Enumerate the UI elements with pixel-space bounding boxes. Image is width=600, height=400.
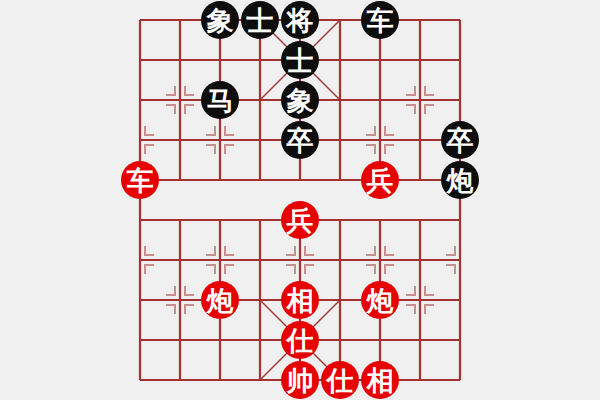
board-point: 卒: [440, 120, 480, 160]
board-point: 相: [280, 280, 320, 320]
piece-red-cannon[interactable]: 炮: [361, 281, 399, 319]
piece-black-advisor[interactable]: 士: [241, 1, 279, 39]
piece-red-elephant[interactable]: 相: [281, 281, 319, 319]
piece-red-cannon[interactable]: 炮: [201, 281, 239, 319]
board-point: 马: [200, 80, 240, 120]
piece-black-horse[interactable]: 马: [201, 81, 239, 119]
board-point: 炮: [360, 280, 400, 320]
board-point: 象: [200, 0, 240, 40]
piece-black-chariot[interactable]: 车: [361, 1, 399, 39]
board-point: 象: [280, 80, 320, 120]
piece-black-elephant[interactable]: 象: [281, 81, 319, 119]
piece-red-soldier[interactable]: 兵: [281, 201, 319, 239]
board-point: 车: [120, 160, 160, 200]
board-point: 兵: [280, 200, 320, 240]
board-point: 帅: [280, 360, 320, 400]
piece-black-cannon[interactable]: 炮: [441, 161, 479, 199]
piece-black-soldier[interactable]: 卒: [281, 121, 319, 159]
piece-red-chariot[interactable]: 车: [121, 161, 159, 199]
piece-black-soldier[interactable]: 卒: [441, 121, 479, 159]
xiangqi-board: 象士将车士马象卒卒车兵炮兵炮相炮仕帅仕相: [0, 0, 600, 400]
piece-grid: 象士将车士马象卒卒车兵炮兵炮相炮仕帅仕相: [120, 0, 480, 400]
piece-black-advisor[interactable]: 士: [281, 41, 319, 79]
piece-red-advisor[interactable]: 仕: [321, 361, 359, 399]
piece-black-general[interactable]: 将: [281, 1, 319, 39]
board-point: 炮: [440, 160, 480, 200]
piece-red-advisor[interactable]: 仕: [281, 321, 319, 359]
piece-red-general[interactable]: 帅: [281, 361, 319, 399]
board-point: 仕: [320, 360, 360, 400]
piece-black-elephant[interactable]: 象: [201, 1, 239, 39]
piece-red-soldier[interactable]: 兵: [361, 161, 399, 199]
board-point: 车: [360, 0, 400, 40]
piece-red-elephant[interactable]: 相: [361, 361, 399, 399]
board-point: 兵: [360, 160, 400, 200]
board-point: 卒: [280, 120, 320, 160]
board-point: 相: [360, 360, 400, 400]
board-point: 将: [280, 0, 320, 40]
board-point: 炮: [200, 280, 240, 320]
board-point: 士: [240, 0, 280, 40]
board-point: 仕: [280, 320, 320, 360]
board-point: 士: [280, 40, 320, 80]
